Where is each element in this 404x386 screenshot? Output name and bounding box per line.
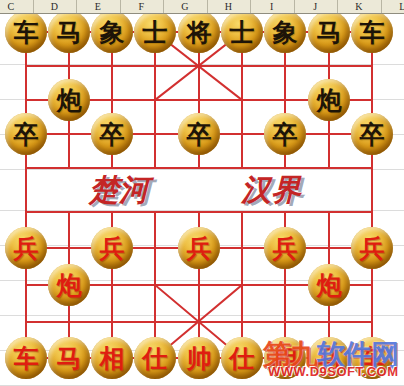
piece-glyph: 相 — [100, 346, 125, 371]
piece-glyph: 象 — [273, 20, 298, 45]
piece-glyph: 仕 — [143, 346, 168, 371]
piece-glyph: 象 — [100, 20, 125, 45]
piece-glyph: 炮 — [317, 273, 342, 298]
piece-glyph: 炮 — [57, 273, 82, 298]
piece-black-horse[interactable]: 马 — [308, 11, 350, 53]
piece-glyph: 马 — [317, 20, 342, 45]
piece-glyph: 帅 — [187, 346, 212, 371]
piece-glyph: 车 — [14, 20, 39, 45]
piece-black-chariot[interactable]: 车 — [5, 11, 47, 53]
piece-glyph: 炮 — [317, 88, 342, 113]
piece-glyph: 卒 — [100, 122, 125, 147]
piece-red-advisor[interactable]: 仕 — [134, 337, 176, 379]
piece-glyph: 卒 — [187, 122, 212, 147]
column-header-F[interactable]: F — [120, 0, 165, 13]
river-label-han-jie: 汉界 — [241, 170, 301, 211]
piece-glyph: 兵 — [187, 236, 212, 261]
piece-red-soldier[interactable]: 兵 — [351, 227, 393, 269]
piece-glyph: 马 — [57, 346, 82, 371]
piece-glyph: 车 — [360, 20, 385, 45]
piece-glyph: 兵 — [14, 236, 39, 261]
piece-black-soldier[interactable]: 卒 — [264, 113, 306, 155]
piece-red-soldier[interactable]: 兵 — [5, 227, 47, 269]
piece-red-chariot[interactable]: 车 — [5, 337, 47, 379]
column-header-C[interactable]: C — [0, 0, 34, 13]
column-header-H[interactable]: H — [207, 0, 252, 13]
piece-red-general[interactable]: 帅 — [178, 337, 220, 379]
piece-glyph: 士 — [230, 20, 255, 45]
piece-red-cannon[interactable]: 炮 — [48, 264, 90, 306]
piece-red-advisor[interactable]: 仕 — [221, 337, 263, 379]
piece-black-horse[interactable]: 马 — [48, 11, 90, 53]
piece-black-soldier[interactable]: 卒 — [178, 113, 220, 155]
piece-glyph: 卒 — [14, 122, 39, 147]
piece-red-horse[interactable]: 马 — [48, 337, 90, 379]
river-label-chu-he: 楚河 — [89, 170, 149, 211]
watermark-url: WWW.D9SOFT.COM — [268, 364, 399, 379]
piece-red-elephant[interactable]: 相 — [91, 337, 133, 379]
piece-black-general[interactable]: 将 — [178, 11, 220, 53]
xiangqi-board-screenshot: 楚河 汉界 车马象士将士象马车炮炮卒卒卒卒卒兵兵兵兵兵炮炮车马相仕帅仕相马车 第… — [0, 0, 404, 386]
column-header-L[interactable]: L — [381, 0, 404, 13]
piece-glyph: 兵 — [360, 236, 385, 261]
piece-glyph: 卒 — [273, 122, 298, 147]
piece-black-soldier[interactable]: 卒 — [91, 113, 133, 155]
piece-glyph: 将 — [187, 20, 212, 45]
column-header-E[interactable]: E — [76, 0, 121, 13]
piece-black-soldier[interactable]: 卒 — [351, 113, 393, 155]
piece-black-advisor[interactable]: 士 — [221, 11, 263, 53]
piece-black-elephant[interactable]: 象 — [264, 11, 306, 53]
column-header-K[interactable]: K — [337, 0, 382, 13]
piece-black-elephant[interactable]: 象 — [91, 11, 133, 53]
piece-glyph: 卒 — [360, 122, 385, 147]
piece-red-cannon[interactable]: 炮 — [308, 264, 350, 306]
piece-glyph: 兵 — [273, 236, 298, 261]
column-header-J[interactable]: J — [294, 0, 339, 13]
piece-red-soldier[interactable]: 兵 — [264, 227, 306, 269]
piece-red-soldier[interactable]: 兵 — [91, 227, 133, 269]
column-header-G[interactable]: G — [163, 0, 208, 13]
piece-black-cannon[interactable]: 炮 — [308, 79, 350, 121]
piece-glyph: 马 — [57, 20, 82, 45]
piece-glyph: 兵 — [100, 236, 125, 261]
piece-glyph: 炮 — [57, 88, 82, 113]
column-header-I[interactable]: I — [250, 0, 295, 13]
piece-black-cannon[interactable]: 炮 — [48, 79, 90, 121]
piece-glyph: 仕 — [230, 346, 255, 371]
spreadsheet-column-header: CDEFGHIJKL — [0, 0, 404, 14]
piece-black-advisor[interactable]: 士 — [134, 11, 176, 53]
xiangqi-grid-lines — [0, 0, 404, 386]
piece-glyph: 士 — [143, 20, 168, 45]
piece-red-soldier[interactable]: 兵 — [178, 227, 220, 269]
piece-glyph: 车 — [14, 346, 39, 371]
piece-black-soldier[interactable]: 卒 — [5, 113, 47, 155]
piece-black-chariot[interactable]: 车 — [351, 11, 393, 53]
column-header-D[interactable]: D — [33, 0, 78, 13]
